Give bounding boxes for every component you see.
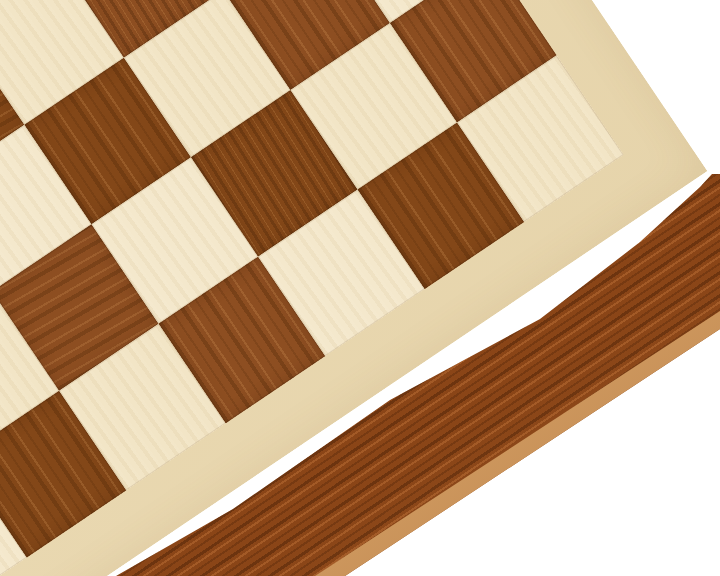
product-photo [0, 0, 720, 576]
